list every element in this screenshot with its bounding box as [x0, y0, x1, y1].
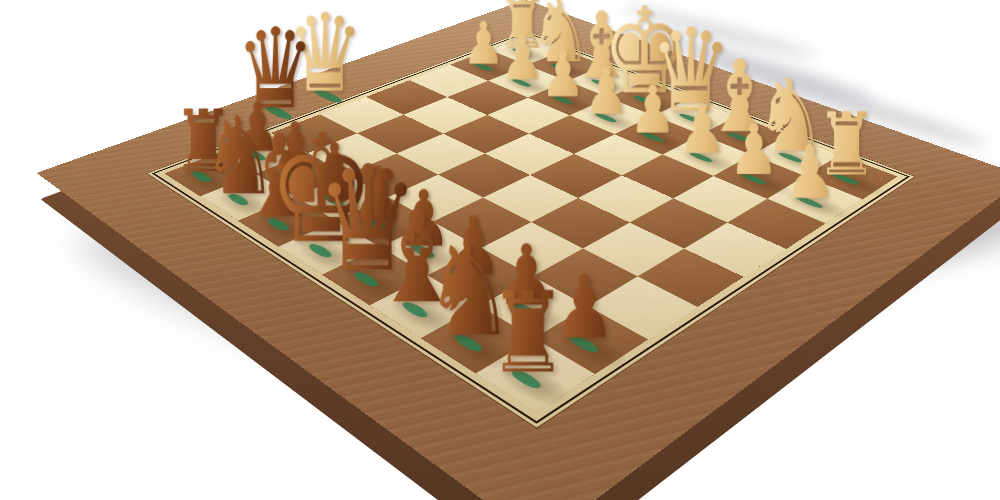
- product-photo-scene: ♜♞♝♚♛♝♞♜♟♟♟♟♟♟♟♟♟♟♟♟♟♟♟♟♜♞♝♚♛♝♞♜ ♛♛: [0, 0, 1000, 500]
- square-a8: ♜: [476, 339, 595, 413]
- perspective-camera: ♜♞♝♚♛♝♞♜♟♟♟♟♟♟♟♟♟♟♟♟♟♟♟♟♜♞♝♚♛♝♞♜ ♛♛: [0, 0, 1000, 500]
- square-a2: ♟: [768, 176, 863, 223]
- square-d4: [530, 154, 622, 198]
- black-rook-a8: ♜: [464, 288, 592, 378]
- chessboard: ♜♞♝♚♛♝♞♜♟♟♟♟♟♟♟♟♟♟♟♟♟♟♟♟♜♞♝♚♛♝♞♜ ♛♛: [36, 0, 1000, 500]
- white-pawn-a2: ♟: [759, 143, 861, 201]
- board-grid: ♜♞♝♚♛♝♞♜♟♟♟♟♟♟♟♟♟♟♟♟♟♟♟♟♜♞♝♚♛♝♞♜: [164, 36, 897, 413]
- board-pinstripe-margin: ♜♞♝♚♛♝♞♜♟♟♟♟♟♟♟♟♟♟♟♟♟♟♟♟♜♞♝♚♛♝♞♜: [152, 32, 910, 424]
